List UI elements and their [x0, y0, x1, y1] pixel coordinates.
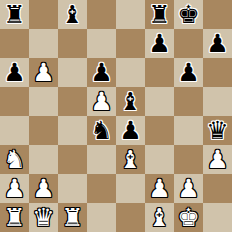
square-a5[interactable] [0, 87, 29, 116]
square-h8[interactable] [203, 0, 232, 29]
square-d8[interactable] [87, 0, 116, 29]
black-king-piece[interactable]: ♚ [177, 0, 199, 29]
square-e6[interactable] [116, 58, 145, 87]
square-b1[interactable]: ♛ [29, 203, 58, 232]
square-g8[interactable]: ♚ [174, 0, 203, 29]
black-bishop-piece[interactable]: ♝ [119, 87, 141, 116]
square-g4[interactable] [174, 116, 203, 145]
square-h5[interactable] [203, 87, 232, 116]
square-a4[interactable] [0, 116, 29, 145]
black-pawn-piece[interactable]: ♟ [119, 116, 141, 145]
white-knight-piece[interactable]: ♞ [3, 145, 25, 174]
square-d4[interactable]: ♞ [87, 116, 116, 145]
square-e2[interactable] [116, 174, 145, 203]
square-f8[interactable]: ♜ [145, 0, 174, 29]
square-g6[interactable]: ♟ [174, 58, 203, 87]
square-d6[interactable]: ♟ [87, 58, 116, 87]
square-h6[interactable] [203, 58, 232, 87]
square-a1[interactable]: ♜ [0, 203, 29, 232]
white-pawn-piece[interactable]: ♟ [206, 145, 228, 174]
square-e3[interactable]: ♝ [116, 145, 145, 174]
square-c7[interactable] [58, 29, 87, 58]
square-g2[interactable]: ♟ [174, 174, 203, 203]
square-f5[interactable] [145, 87, 174, 116]
black-pawn-piece[interactable]: ♟ [90, 58, 112, 87]
black-rook-piece[interactable]: ♜ [148, 0, 170, 29]
square-e8[interactable] [116, 0, 145, 29]
square-c1[interactable]: ♜ [58, 203, 87, 232]
square-f6[interactable] [145, 58, 174, 87]
square-h2[interactable] [203, 174, 232, 203]
square-c5[interactable] [58, 87, 87, 116]
black-bishop-piece[interactable]: ♝ [61, 0, 83, 29]
white-queen-piece[interactable]: ♛ [32, 203, 54, 232]
black-pawn-piece[interactable]: ♟ [177, 58, 199, 87]
square-h7[interactable]: ♟ [203, 29, 232, 58]
square-f4[interactable] [145, 116, 174, 145]
square-c2[interactable] [58, 174, 87, 203]
square-g5[interactable] [174, 87, 203, 116]
square-b5[interactable] [29, 87, 58, 116]
square-d2[interactable] [87, 174, 116, 203]
square-c4[interactable] [58, 116, 87, 145]
square-f1[interactable]: ♝ [145, 203, 174, 232]
square-b6[interactable]: ♟ [29, 58, 58, 87]
white-bishop-piece[interactable]: ♝ [148, 203, 170, 232]
square-c3[interactable] [58, 145, 87, 174]
square-h3[interactable]: ♟ [203, 145, 232, 174]
square-b4[interactable] [29, 116, 58, 145]
square-a3[interactable]: ♞ [0, 145, 29, 174]
chess-board: ♜♝♜♚♟♟♟♟♟♟♟♝♞♟♛♞♝♟♟♟♟♟♜♛♜♝♚ [0, 0, 232, 232]
square-g7[interactable] [174, 29, 203, 58]
white-bishop-piece[interactable]: ♝ [119, 145, 141, 174]
square-b3[interactable] [29, 145, 58, 174]
square-g1[interactable]: ♚ [174, 203, 203, 232]
square-e4[interactable]: ♟ [116, 116, 145, 145]
square-f3[interactable] [145, 145, 174, 174]
black-pawn-piece[interactable]: ♟ [3, 58, 25, 87]
square-g3[interactable] [174, 145, 203, 174]
white-pawn-piece[interactable]: ♟ [90, 87, 112, 116]
white-king-piece[interactable]: ♚ [177, 203, 199, 232]
white-pawn-piece[interactable]: ♟ [3, 174, 25, 203]
square-b8[interactable] [29, 0, 58, 29]
square-a7[interactable] [0, 29, 29, 58]
square-e5[interactable]: ♝ [116, 87, 145, 116]
white-pawn-piece[interactable]: ♟ [148, 174, 170, 203]
square-h1[interactable] [203, 203, 232, 232]
black-knight-piece[interactable]: ♞ [90, 116, 112, 145]
square-f7[interactable]: ♟ [145, 29, 174, 58]
black-queen-piece[interactable]: ♛ [206, 116, 228, 145]
white-rook-piece[interactable]: ♜ [3, 203, 25, 232]
square-a6[interactable]: ♟ [0, 58, 29, 87]
square-a8[interactable]: ♜ [0, 0, 29, 29]
square-d7[interactable] [87, 29, 116, 58]
square-c8[interactable]: ♝ [58, 0, 87, 29]
white-rook-piece[interactable]: ♜ [61, 203, 83, 232]
square-b7[interactable] [29, 29, 58, 58]
square-e7[interactable] [116, 29, 145, 58]
square-e1[interactable] [116, 203, 145, 232]
square-h4[interactable]: ♛ [203, 116, 232, 145]
square-d1[interactable] [87, 203, 116, 232]
square-d3[interactable] [87, 145, 116, 174]
black-pawn-piece[interactable]: ♟ [206, 29, 228, 58]
white-pawn-piece[interactable]: ♟ [32, 58, 54, 87]
square-b2[interactable]: ♟ [29, 174, 58, 203]
square-c6[interactable] [58, 58, 87, 87]
black-rook-piece[interactable]: ♜ [3, 0, 25, 29]
square-f2[interactable]: ♟ [145, 174, 174, 203]
black-pawn-piece[interactable]: ♟ [148, 29, 170, 58]
square-d5[interactable]: ♟ [87, 87, 116, 116]
white-pawn-piece[interactable]: ♟ [32, 174, 54, 203]
white-pawn-piece[interactable]: ♟ [177, 174, 199, 203]
square-a2[interactable]: ♟ [0, 174, 29, 203]
